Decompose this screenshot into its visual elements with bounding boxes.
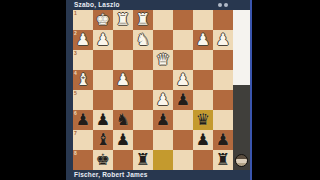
rank-label-5: 5 — [74, 90, 77, 96]
square-d4 — [153, 70, 173, 90]
side-panel-lower — [233, 85, 250, 170]
panel-header-icons — [218, 3, 228, 7]
square-a1 — [213, 10, 233, 30]
square-d2 — [153, 30, 173, 50]
white-rook-e1: ♜ — [133, 10, 153, 30]
black-pawn-g6: ♟ — [93, 110, 113, 130]
square-a3 — [213, 50, 233, 70]
rank-label-8: 8 — [74, 150, 77, 156]
square-b1 — [193, 10, 213, 30]
square-h5: 5 — [73, 90, 93, 110]
square-g4 — [93, 70, 113, 90]
white-king-g1: ♚ — [93, 10, 113, 30]
square-b3 — [193, 50, 213, 70]
square-c1 — [173, 10, 193, 30]
square-c8 — [173, 150, 193, 170]
black-pawn-c5: ♟ — [173, 90, 193, 110]
square-h3: 3 — [73, 50, 93, 70]
frame-edge — [250, 0, 252, 180]
rank-label-3: 3 — [74, 50, 77, 56]
bottom-player-name: Fischer, Robert James — [74, 171, 148, 178]
video-frame: Szabo, Laszlo 1♚♜♜2♟♟♞♟♟3♛4♝♟♟5♟♟6♟♟♞♟♛7… — [0, 0, 320, 180]
broadcast-area: Szabo, Laszlo 1♚♜♜2♟♟♞♟♟3♛4♝♟♟5♟♟6♟♟♞♟♛7… — [66, 0, 252, 180]
square-g7: ♝ — [93, 130, 113, 150]
black-pawn-d6: ♟ — [153, 110, 173, 130]
white-pawn-b2: ♟ — [193, 30, 213, 50]
white-knight-e2: ♞ — [133, 30, 153, 50]
square-e6 — [133, 110, 153, 130]
square-b8 — [193, 150, 213, 170]
square-g2: ♟ — [93, 30, 113, 50]
white-queen-d3: ♛ — [153, 50, 173, 70]
white-rook-f1: ♜ — [113, 10, 133, 30]
square-b6: ♛ — [193, 110, 213, 130]
square-b7: ♟ — [193, 130, 213, 150]
rank-label-4: 4 — [74, 70, 77, 76]
chess-board: 1♚♜♜2♟♟♞♟♟3♛4♝♟♟5♟♟6♟♟♞♟♛7♝♟♟♟8♚♜♜ — [73, 10, 233, 170]
square-c5: ♟ — [173, 90, 193, 110]
square-g1: ♚ — [93, 10, 113, 30]
black-king-g8: ♚ — [93, 150, 113, 170]
square-b5 — [193, 90, 213, 110]
rank-label-7: 7 — [74, 130, 77, 136]
square-d1 — [153, 10, 173, 30]
square-h8: 8 — [73, 150, 93, 170]
square-f2 — [113, 30, 133, 50]
circle-icon — [224, 3, 228, 7]
rank-label-1: 1 — [74, 10, 77, 16]
square-e8: ♜ — [133, 150, 153, 170]
square-f4: ♟ — [113, 70, 133, 90]
rank-label-2: 2 — [74, 30, 77, 36]
square-a4 — [213, 70, 233, 90]
square-b2: ♟ — [193, 30, 213, 50]
square-h2: 2♟ — [73, 30, 93, 50]
channel-avatar — [235, 154, 248, 167]
square-d8 — [153, 150, 173, 170]
square-d7 — [153, 130, 173, 150]
square-f7: ♟ — [113, 130, 133, 150]
black-bishop-g7: ♝ — [93, 130, 113, 150]
square-f1: ♜ — [113, 10, 133, 30]
square-c4: ♟ — [173, 70, 193, 90]
square-f5 — [113, 90, 133, 110]
square-e1: ♜ — [133, 10, 153, 30]
square-f3 — [113, 50, 133, 70]
black-pawn-a7: ♟ — [213, 130, 233, 150]
black-knight-f6: ♞ — [113, 110, 133, 130]
black-pawn-f7: ♟ — [113, 130, 133, 150]
square-b4 — [193, 70, 213, 90]
square-d6: ♟ — [153, 110, 173, 130]
bottom-player-bar: Fischer, Robert James — [66, 170, 250, 180]
side-panel — [233, 10, 250, 170]
square-h6: 6♟ — [73, 110, 93, 130]
square-g5 — [93, 90, 113, 110]
square-a2: ♟ — [213, 30, 233, 50]
square-a5 — [213, 90, 233, 110]
top-player-bar: Szabo, Laszlo — [66, 0, 250, 10]
square-c6 — [173, 110, 193, 130]
rank-label-6: 6 — [74, 110, 77, 116]
black-pawn-b7: ♟ — [193, 130, 213, 150]
square-d3: ♛ — [153, 50, 173, 70]
square-f6: ♞ — [113, 110, 133, 130]
square-e2: ♞ — [133, 30, 153, 50]
square-e3 — [133, 50, 153, 70]
circle-icon — [218, 3, 222, 7]
square-h1: 1 — [73, 10, 93, 30]
square-e5 — [133, 90, 153, 110]
square-d5: ♟ — [153, 90, 173, 110]
square-e7 — [133, 130, 153, 150]
square-c3 — [173, 50, 193, 70]
square-g3 — [93, 50, 113, 70]
square-f8 — [113, 150, 133, 170]
black-rook-a8: ♜ — [213, 150, 233, 170]
square-a7: ♟ — [213, 130, 233, 150]
white-pawn-c4: ♟ — [173, 70, 193, 90]
notation-panel — [233, 10, 250, 85]
black-rook-e8: ♜ — [133, 150, 153, 170]
square-e4 — [133, 70, 153, 90]
square-h4: 4♝ — [73, 70, 93, 90]
white-pawn-d5: ♟ — [153, 90, 173, 110]
square-h7: 7 — [73, 130, 93, 150]
square-a6 — [213, 110, 233, 130]
square-g6: ♟ — [93, 110, 113, 130]
square-c2 — [173, 30, 193, 50]
top-player-name: Szabo, Laszlo — [74, 1, 120, 8]
white-pawn-f4: ♟ — [113, 70, 133, 90]
square-g8: ♚ — [93, 150, 113, 170]
black-queen-b6: ♛ — [193, 110, 213, 130]
white-pawn-a2: ♟ — [213, 30, 233, 50]
square-a8: ♜ — [213, 150, 233, 170]
square-c7 — [173, 130, 193, 150]
white-pawn-g2: ♟ — [93, 30, 113, 50]
